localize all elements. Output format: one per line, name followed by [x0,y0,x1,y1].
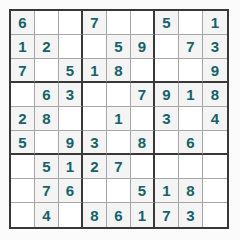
cell-r2c6-given[interactable]: 9 [131,35,155,59]
cell-r7c8-empty[interactable] [179,155,203,179]
cell-r5c5-given[interactable]: 1 [107,107,131,131]
cell-r6c9-empty[interactable] [203,131,227,155]
cell-r7c1-empty[interactable] [11,155,35,179]
cell-r6c8-given[interactable]: 6 [179,131,203,155]
cell-r1c6-empty[interactable] [131,11,155,35]
cell-r4c8-given[interactable]: 1 [179,83,203,107]
cell-r1c5-empty[interactable] [107,11,131,35]
cell-r5c2-given[interactable]: 8 [35,107,59,131]
cell-r6c7-empty[interactable] [155,131,179,155]
cell-r7c9-empty[interactable] [203,155,227,179]
cell-r9c3-empty[interactable] [59,203,83,227]
cell-r4c3-given[interactable]: 3 [59,83,83,107]
cell-r9c8-given[interactable]: 3 [179,203,203,227]
cell-r7c3-given[interactable]: 1 [59,155,83,179]
cell-r3c6-empty[interactable] [131,59,155,83]
cell-r3c5-given[interactable]: 8 [107,59,131,83]
cell-r6c6-given[interactable]: 8 [131,131,155,155]
cell-r6c4-given[interactable]: 3 [83,131,107,155]
cell-r5c3-empty[interactable] [59,107,83,131]
cell-r4c2-given[interactable]: 6 [35,83,59,107]
cell-r9c4-given[interactable]: 8 [83,203,107,227]
cell-r1c8-empty[interactable] [179,11,203,35]
cell-r8c3-given[interactable]: 6 [59,179,83,203]
cell-r1c2-empty[interactable] [35,11,59,35]
cell-r4c4-empty[interactable] [83,83,107,107]
cell-r7c5-given[interactable]: 7 [107,155,131,179]
cell-r2c4-empty[interactable] [83,35,107,59]
cell-r3c2-empty[interactable] [35,59,59,83]
cell-r4c9-given[interactable]: 8 [203,83,227,107]
cell-r8c4-empty[interactable] [83,179,107,203]
cell-r1c9-given[interactable]: 1 [203,11,227,35]
cell-r2c9-given[interactable]: 3 [203,35,227,59]
sudoku-board: 6751125973751896379182813459386512776518… [9,9,229,229]
cell-r2c7-empty[interactable] [155,35,179,59]
cell-r8c1-empty[interactable] [11,179,35,203]
cell-r3c4-given[interactable]: 1 [83,59,107,83]
cell-r7c6-empty[interactable] [131,155,155,179]
cell-r9c5-given[interactable]: 6 [107,203,131,227]
cell-r3c9-given[interactable]: 9 [203,59,227,83]
cell-r3c3-given[interactable]: 5 [59,59,83,83]
cell-r6c2-empty[interactable] [35,131,59,155]
cell-r8c5-empty[interactable] [107,179,131,203]
cell-r4c6-given[interactable]: 7 [131,83,155,107]
cell-r9c7-given[interactable]: 7 [155,203,179,227]
cell-r2c1-given[interactable]: 1 [11,35,35,59]
cell-r8c8-given[interactable]: 8 [179,179,203,203]
cell-r3c1-given[interactable]: 7 [11,59,35,83]
cell-r1c4-given[interactable]: 7 [83,11,107,35]
cell-r9c2-given[interactable]: 4 [35,203,59,227]
cell-r8c9-empty[interactable] [203,179,227,203]
cell-r1c7-given[interactable]: 5 [155,11,179,35]
cell-r1c1-given[interactable]: 6 [11,11,35,35]
cell-r9c6-given[interactable]: 1 [131,203,155,227]
cell-r6c5-empty[interactable] [107,131,131,155]
cell-r3c8-empty[interactable] [179,59,203,83]
cell-r2c3-empty[interactable] [59,35,83,59]
cell-r4c7-given[interactable]: 9 [155,83,179,107]
cell-r5c9-given[interactable]: 4 [203,107,227,131]
cell-r7c4-given[interactable]: 2 [83,155,107,179]
cell-r9c1-empty[interactable] [11,203,35,227]
cell-r1c3-empty[interactable] [59,11,83,35]
cell-r8c2-given[interactable]: 7 [35,179,59,203]
cell-r2c8-given[interactable]: 7 [179,35,203,59]
cell-r3c7-empty[interactable] [155,59,179,83]
cell-r6c1-given[interactable]: 5 [11,131,35,155]
cell-r4c1-empty[interactable] [11,83,35,107]
cell-r5c1-given[interactable]: 2 [11,107,35,131]
cell-r2c2-given[interactable]: 2 [35,35,59,59]
cell-r6c3-given[interactable]: 9 [59,131,83,155]
cell-r5c4-empty[interactable] [83,107,107,131]
cell-r9c9-empty[interactable] [203,203,227,227]
cell-r5c7-given[interactable]: 3 [155,107,179,131]
cell-r2c5-given[interactable]: 5 [107,35,131,59]
cell-r7c7-empty[interactable] [155,155,179,179]
cell-r8c7-given[interactable]: 1 [155,179,179,203]
cell-r4c5-empty[interactable] [107,83,131,107]
cell-r7c2-given[interactable]: 5 [35,155,59,179]
cell-r5c8-empty[interactable] [179,107,203,131]
cell-r5c6-empty[interactable] [131,107,155,131]
cell-r8c6-given[interactable]: 5 [131,179,155,203]
